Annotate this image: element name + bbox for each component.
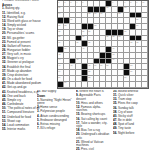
cell-number: 44 (58, 58, 60, 60)
down-list-2: 8. Where the heart is9. Agreeable Paris … (76, 90, 111, 150)
cell-number: 58 (88, 76, 90, 78)
cell-number: 1 (58, 1, 59, 3)
cell-number: 54 (58, 70, 60, 72)
cell-number: 35 (76, 41, 78, 43)
clue-number: 21. (76, 140, 81, 144)
clue-number: 1. (37, 98, 40, 102)
cell-number: 11 (58, 6, 60, 8)
cell-number: 49 (88, 64, 90, 66)
cell-number: 19 (70, 18, 72, 20)
clue-number: 56. (113, 131, 118, 135)
cell-number: 28 (124, 30, 126, 32)
cell-number: 23 (94, 24, 96, 26)
cell-number: 40 (82, 47, 84, 49)
clue-number: 25. (76, 147, 81, 150)
cell-number: 25 (58, 30, 60, 32)
cell-number: 59 (124, 76, 126, 78)
cell-number: 16 (94, 12, 96, 14)
clue-number: 20. (76, 132, 81, 136)
cell-number: 55 (88, 70, 90, 72)
cell-number: 31 (106, 35, 108, 37)
grid-cell[interactable] (142, 82, 148, 88)
cell-number: 46 (112, 58, 114, 60)
cell-number: 39 (64, 47, 66, 49)
clue-item: 9. Agreeable Paris dessert (76, 94, 111, 101)
across-list-overflow: 57. Bar supply (37, 90, 74, 93)
cell-number: 6 (112, 1, 113, 3)
clue-column-2: 57. Bar supply Down 1. Narrating "Night … (37, 90, 74, 150)
cell-number: 48 (70, 64, 72, 66)
cell-number: 52 (106, 64, 108, 66)
cell-number: 13 (124, 6, 126, 8)
cell-number: 29 (58, 35, 60, 37)
cell-number: 22 (64, 24, 66, 26)
cell-number: 41 (112, 47, 114, 49)
cell-number: 20 (136, 18, 138, 20)
clue-number: 7. (37, 126, 40, 130)
cell-number: 7 (124, 1, 125, 3)
crossword-page: Printable Crossword Puzzle Across 1. Bak… (0, 0, 150, 150)
cell-number: 2 (64, 1, 65, 3)
cell-number: 15 (88, 12, 90, 14)
cell-number: 12 (106, 6, 108, 8)
cell-number: 60 (64, 81, 66, 83)
cell-number: 53 (130, 64, 132, 66)
crossword-grid: 1234567891011121314151617181920212223242… (57, 0, 149, 89)
cell-number: 21 (58, 24, 60, 26)
cell-number: 42 (58, 53, 60, 55)
clue-item: 7. 80's refuge (37, 127, 74, 130)
cell-number: 5 (82, 1, 83, 3)
cell-number: 18 (118, 12, 120, 14)
cell-number: 4 (76, 1, 77, 3)
cell-number: 9 (136, 1, 137, 3)
cell-number: 26 (82, 30, 84, 32)
cell-number: 30 (82, 35, 84, 37)
clue-number: 9. (76, 93, 79, 97)
cell-number: 17 (100, 12, 102, 14)
down-list-1: 1. Narrating "Night Heron" genre2. Home … (37, 99, 74, 131)
cell-number: 3 (70, 1, 71, 3)
cell-number: 43 (112, 53, 114, 55)
cell-number: 33 (118, 35, 120, 37)
clue-number: 17. (76, 121, 81, 125)
clue-number: 55. (2, 127, 7, 131)
cell-number: 56 (130, 70, 132, 72)
clue-column-3: 8. Where the heart is9. Agreeable Paris … (76, 90, 111, 150)
cell-number: 27 (88, 30, 90, 32)
cell-number: 45 (76, 58, 78, 60)
cell-number: 50 (94, 64, 96, 66)
cell-number: 47 (58, 64, 60, 66)
cell-number: 8 (130, 1, 131, 3)
down-list-3: 30. Bound whereat31. Quick silver33. Tra… (113, 90, 149, 135)
clue-column-4: 30. Bound whereat31. Quick silver33. Tra… (113, 90, 149, 150)
clue-item: 57. Bar supply (37, 90, 74, 93)
cell-number: 32 (112, 35, 114, 37)
clue-number: 12. (76, 105, 81, 109)
cell-number: 38 (136, 41, 138, 43)
clue-item: 56. Night before (113, 132, 149, 135)
cell-number: 34 (58, 41, 60, 43)
cell-number: 36 (88, 41, 90, 43)
cell-number: 57 (58, 76, 60, 78)
cell-number: 24 (136, 24, 138, 26)
clue-item: 25. Pres. civil (76, 148, 111, 150)
cell-number: 51 (100, 64, 102, 66)
cell-number: 10 (142, 1, 144, 3)
cell-number: 14 (58, 12, 60, 14)
clue-number: 57. (37, 90, 42, 93)
cell-number: 37 (130, 41, 132, 43)
